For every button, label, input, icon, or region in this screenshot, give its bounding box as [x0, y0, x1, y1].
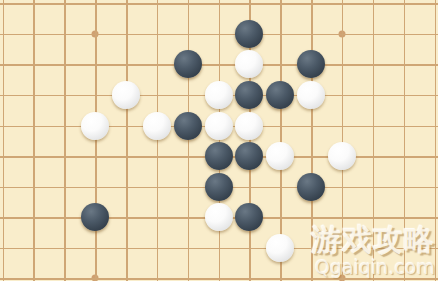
grid-line-vertical [342, 0, 344, 281]
stone-black[interactable] [235, 203, 263, 231]
stone-black[interactable] [235, 81, 263, 109]
grid-line-vertical [404, 0, 406, 281]
stone-white[interactable] [205, 81, 233, 109]
stone-white[interactable] [266, 142, 294, 170]
stone-black[interactable] [81, 203, 109, 231]
stone-white[interactable] [81, 112, 109, 140]
grid-line-vertical [3, 0, 5, 281]
stone-white[interactable] [143, 112, 171, 140]
grid-line-vertical [33, 0, 35, 281]
stone-black[interactable] [297, 173, 325, 201]
stone-black[interactable] [205, 142, 233, 170]
stone-white[interactable] [235, 50, 263, 78]
grid-line-vertical [64, 0, 66, 281]
stone-black[interactable] [235, 20, 263, 48]
stone-white[interactable] [328, 142, 356, 170]
grid-line-vertical [219, 0, 221, 281]
stone-white[interactable] [205, 112, 233, 140]
stone-black[interactable] [174, 50, 202, 78]
stone-white[interactable] [297, 81, 325, 109]
grid-line-vertical [157, 0, 159, 281]
stone-white[interactable] [266, 234, 294, 262]
grid-line-vertical [373, 0, 375, 281]
stone-white[interactable] [235, 112, 263, 140]
stone-white[interactable] [205, 203, 233, 231]
stone-black[interactable] [174, 112, 202, 140]
grid-line-vertical [188, 0, 190, 281]
grid-line-vertical [311, 0, 313, 281]
grid-line-vertical [95, 0, 97, 281]
stone-black[interactable] [297, 50, 325, 78]
gomoku-board[interactable]: 游戏攻略 Qgaiqin.com [0, 0, 438, 281]
grid-line-vertical [126, 0, 128, 281]
grid-line-vertical [435, 0, 437, 281]
stone-black[interactable] [235, 142, 263, 170]
stone-black[interactable] [205, 173, 233, 201]
stone-white[interactable] [112, 81, 140, 109]
stone-black[interactable] [266, 81, 294, 109]
